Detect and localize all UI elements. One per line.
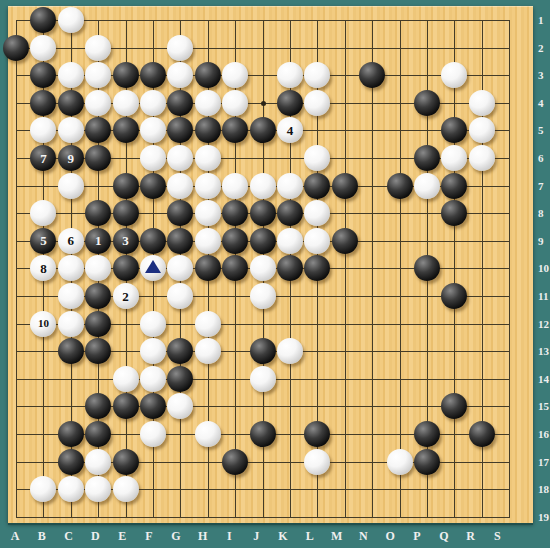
column-label-N: N [359,529,368,544]
black-stone-K4[interactable] [277,90,303,116]
black-stone-O7[interactable] [387,173,413,199]
black-stone-H5[interactable] [195,117,221,143]
column-label-B: B [38,529,46,544]
white-stone-C10[interactable] [58,255,84,281]
black-stone-C4[interactable] [58,90,84,116]
white-stone-F12[interactable] [140,311,166,337]
grid-line-vertical [509,20,510,517]
white-stone-P7[interactable] [414,173,440,199]
column-label-A: A [11,529,20,544]
move-number-label: 4 [287,124,294,137]
column-label-F: F [145,529,152,544]
black-stone-B4[interactable] [30,90,56,116]
black-stone-E17[interactable] [113,449,139,475]
column-label-H: H [198,529,207,544]
black-stone-G14[interactable] [167,366,193,392]
black-stone-C17[interactable] [58,449,84,475]
white-stone-J11[interactable] [250,283,276,309]
white-stone-H7[interactable] [195,173,221,199]
column-label-M: M [331,529,342,544]
black-stone-P6[interactable] [414,145,440,171]
black-stone-I9[interactable] [222,228,248,254]
black-stone-F7[interactable] [140,173,166,199]
white-stone-E14[interactable] [113,366,139,392]
move-number-label: 1 [95,234,102,247]
white-stone-J7[interactable] [250,173,276,199]
white-stone-D17[interactable] [85,449,111,475]
white-stone-B12[interactable]: 10 [30,311,56,337]
row-label-12: 12 [538,318,549,330]
go-game-viewer: 47956138210 ABCDEFGHIJKLMNOPQRS 12345678… [0,0,550,548]
row-label-16: 16 [538,428,549,440]
white-stone-C1[interactable] [58,7,84,33]
white-stone-H4[interactable] [195,90,221,116]
board-edge-shadow [8,523,533,525]
black-stone-M7[interactable] [332,173,358,199]
column-label-D: D [91,529,100,544]
white-stone-F16[interactable] [140,421,166,447]
white-stone-C12[interactable] [58,311,84,337]
column-label-O: O [386,529,395,544]
grid-line-vertical [372,20,373,517]
white-stone-H16[interactable] [195,421,221,447]
black-stone-E15[interactable] [113,393,139,419]
black-stone-D12[interactable] [85,311,111,337]
black-stone-C16[interactable] [58,421,84,447]
black-stone-M9[interactable] [332,228,358,254]
white-stone-F14[interactable] [140,366,166,392]
black-stone-C6[interactable]: 9 [58,145,84,171]
black-stone-J5[interactable] [250,117,276,143]
black-stone-F3[interactable] [140,62,166,88]
row-label-1: 1 [538,14,544,26]
white-stone-H12[interactable] [195,311,221,337]
white-stone-G7[interactable] [167,173,193,199]
row-label-17: 17 [538,456,549,468]
row-label-8: 8 [538,207,544,219]
white-stone-F4[interactable] [140,90,166,116]
black-stone-D11[interactable] [85,283,111,309]
black-stone-B9[interactable]: 5 [30,228,56,254]
white-stone-D4[interactable] [85,90,111,116]
row-label-11: 11 [538,290,548,302]
black-stone-E10[interactable] [113,255,139,281]
white-stone-K3[interactable] [277,62,303,88]
black-stone-F9[interactable] [140,228,166,254]
row-label-3: 3 [538,69,544,81]
black-stone-P16[interactable] [414,421,440,447]
grid-line-vertical [345,20,346,517]
column-label-G: G [171,529,180,544]
white-stone-K13[interactable] [277,338,303,364]
white-stone-K9[interactable] [277,228,303,254]
white-stone-E11[interactable]: 2 [113,283,139,309]
black-stone-P4[interactable] [414,90,440,116]
white-stone-F13[interactable] [140,338,166,364]
white-stone-I4[interactable] [222,90,248,116]
white-stone-H9[interactable] [195,228,221,254]
column-label-S: S [494,529,501,544]
row-label-2: 2 [538,42,544,54]
white-stone-G2[interactable] [167,35,193,61]
black-stone-L7[interactable] [304,173,330,199]
move-number-label: 10 [38,318,49,329]
black-stone-H10[interactable] [195,255,221,281]
white-stone-L4[interactable] [304,90,330,116]
black-stone-E9[interactable]: 3 [113,228,139,254]
row-label-13: 13 [538,345,549,357]
column-label-L: L [306,529,314,544]
column-label-E: E [118,529,126,544]
move-number-label: 2 [122,290,129,303]
row-label-15: 15 [538,400,549,412]
row-label-5: 5 [538,124,544,136]
black-stone-J9[interactable] [250,228,276,254]
white-stone-C18[interactable] [58,476,84,502]
grid-line-horizontal [16,517,510,518]
black-stone-D9[interactable]: 1 [85,228,111,254]
row-label-4: 4 [538,97,544,109]
white-stone-K7[interactable] [277,173,303,199]
white-stone-C7[interactable] [58,173,84,199]
triangle-marker [145,260,161,273]
white-stone-C3[interactable] [58,62,84,88]
white-stone-F6[interactable] [140,145,166,171]
black-stone-E3[interactable] [113,62,139,88]
black-stone-E8[interactable] [113,200,139,226]
column-label-K: K [278,529,287,544]
white-stone-H6[interactable] [195,145,221,171]
row-label-19: 19 [538,511,549,523]
white-stone-C11[interactable] [58,283,84,309]
row-label-6: 6 [538,152,544,164]
black-stone-D6[interactable] [85,145,111,171]
black-stone-J8[interactable] [250,200,276,226]
column-label-P: P [413,529,420,544]
white-stone-L17[interactable] [304,449,330,475]
white-stone-J14[interactable] [250,366,276,392]
white-stone-R6[interactable] [469,145,495,171]
column-label-Q: Q [439,529,448,544]
white-stone-D2[interactable] [85,35,111,61]
row-label-18: 18 [538,483,549,495]
white-stone-E4[interactable] [113,90,139,116]
move-number-label: 7 [40,152,47,165]
white-stone-E18[interactable] [113,476,139,502]
black-stone-I17[interactable] [222,449,248,475]
black-stone-D16[interactable] [85,421,111,447]
white-stone-R5[interactable] [469,117,495,143]
row-label-7: 7 [538,180,544,192]
black-stone-K8[interactable] [277,200,303,226]
white-stone-C9[interactable]: 6 [58,228,84,254]
white-stone-O17[interactable] [387,449,413,475]
black-stone-Q7[interactable] [441,173,467,199]
black-stone-C13[interactable] [58,338,84,364]
black-stone-J16[interactable] [250,421,276,447]
white-stone-L9[interactable] [304,228,330,254]
star-point [261,101,266,106]
column-label-C: C [64,529,73,544]
white-stone-H8[interactable] [195,200,221,226]
black-stone-J13[interactable] [250,338,276,364]
black-stone-A2[interactable] [3,35,29,61]
white-stone-B2[interactable] [30,35,56,61]
grid-line-vertical [454,20,455,517]
move-number-label: 9 [68,152,75,165]
move-number-label: 8 [40,262,47,275]
white-stone-I7[interactable] [222,173,248,199]
grid-line-vertical [400,20,401,517]
row-label-14: 14 [538,373,549,385]
black-stone-H3[interactable] [195,62,221,88]
white-stone-H13[interactable] [195,338,221,364]
move-number-label: 6 [68,234,75,247]
column-label-R: R [466,529,475,544]
move-number-label: 3 [122,234,129,247]
white-stone-R4[interactable] [469,90,495,116]
column-label-I: I [227,529,232,544]
column-label-J: J [253,529,259,544]
row-label-9: 9 [538,235,544,247]
black-stone-R16[interactable] [469,421,495,447]
white-stone-J10[interactable] [250,255,276,281]
black-stone-E7[interactable] [113,173,139,199]
row-label-10: 10 [538,262,549,274]
black-stone-G4[interactable] [167,90,193,116]
move-number-label: 5 [40,234,47,247]
black-stone-G9[interactable] [167,228,193,254]
black-stone-E5[interactable] [113,117,139,143]
black-stone-P17[interactable] [414,449,440,475]
white-stone-C5[interactable] [58,117,84,143]
